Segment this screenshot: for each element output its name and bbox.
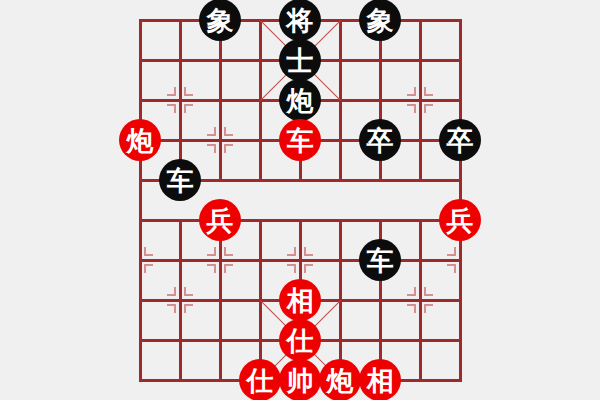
piece-black-soldier[interactable]: 卒	[439, 119, 481, 161]
piece-red-cannon[interactable]: 炮	[319, 359, 361, 400]
piece-red-soldier[interactable]: 兵	[439, 199, 481, 241]
piece-black-chariot[interactable]: 车	[359, 239, 401, 281]
xiangqi-screenshot: 象将象士炮炮车卒卒车兵兵车相仕仕帅炮相	[0, 0, 600, 400]
piece-black-soldier[interactable]: 卒	[359, 119, 401, 161]
piece-black-cannon[interactable]: 炮	[279, 79, 321, 121]
piece-red-elephant[interactable]: 相	[279, 279, 321, 321]
piece-black-advisor[interactable]: 士	[279, 39, 321, 81]
piece-red-advisor[interactable]: 仕	[239, 359, 281, 400]
piece-black-elephant[interactable]: 象	[199, 0, 241, 41]
piece-red-elephant[interactable]: 相	[359, 359, 401, 400]
piece-black-general[interactable]: 将	[279, 0, 321, 41]
piece-red-advisor[interactable]: 仕	[279, 319, 321, 361]
piece-red-general[interactable]: 帅	[279, 359, 321, 400]
piece-red-soldier[interactable]: 兵	[199, 199, 241, 241]
piece-black-chariot[interactable]: 车	[159, 159, 201, 201]
piece-red-chariot[interactable]: 车	[279, 119, 321, 161]
piece-red-cannon[interactable]: 炮	[119, 119, 161, 161]
piece-black-elephant[interactable]: 象	[359, 0, 401, 41]
